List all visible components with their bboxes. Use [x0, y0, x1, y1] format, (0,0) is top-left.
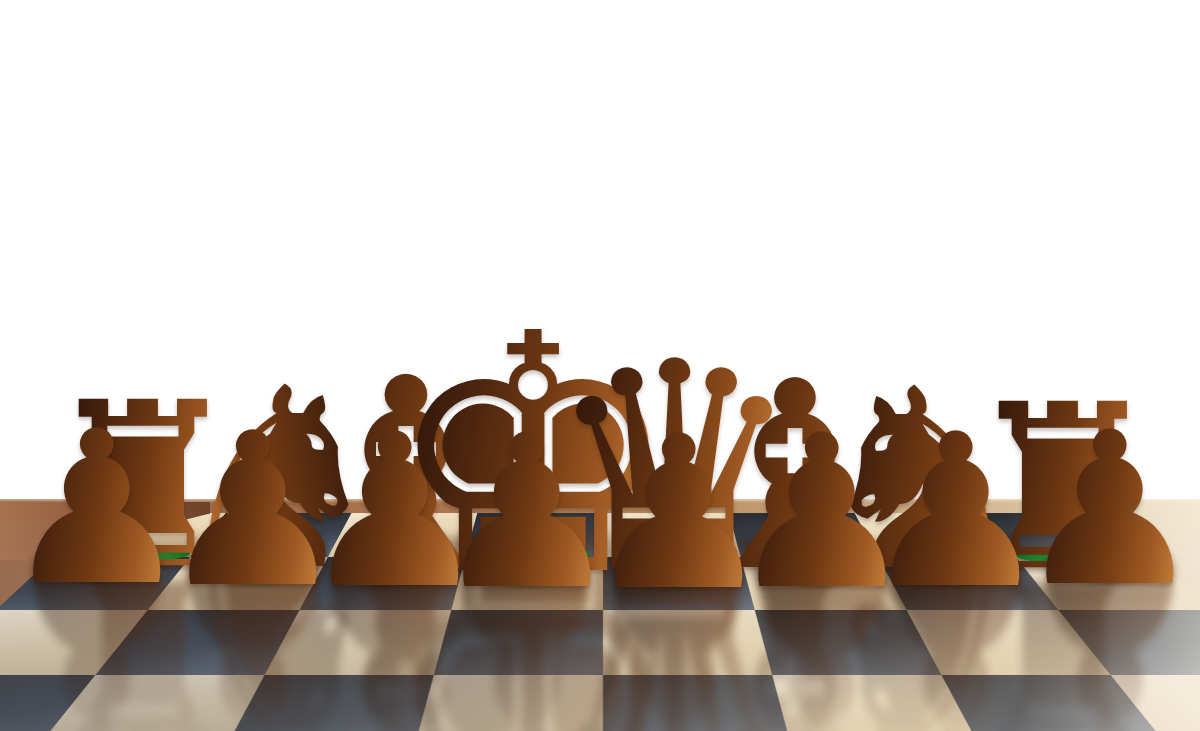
- chess-photo-scene: ♜ ♜ ♞ ♞ ♝ ♝ ♚ ♚ ♛ ♛ ♝ ♝ ♞ ♞ ♜ ♜ ♟ ♟: [0, 0, 1200, 731]
- pawn-glyph: ♟: [1015, 404, 1200, 616]
